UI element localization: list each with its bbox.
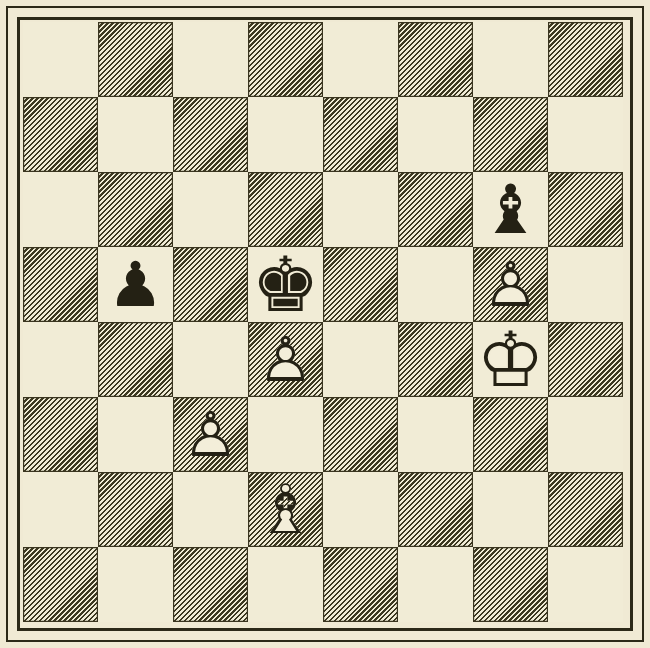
square-c6 [173, 172, 248, 247]
square-f4 [398, 322, 473, 397]
square-h6 [548, 172, 623, 247]
square-c1 [173, 547, 248, 622]
square-e1 [323, 547, 398, 622]
square-c4 [173, 322, 248, 397]
square-b2 [98, 472, 173, 547]
square-c7 [173, 97, 248, 172]
square-d7 [248, 97, 323, 172]
square-e6 [323, 172, 398, 247]
square-b7 [98, 97, 173, 172]
square-f3 [398, 397, 473, 472]
square-h1 [548, 547, 623, 622]
square-g8 [473, 22, 548, 97]
square-e2 [323, 472, 398, 547]
square-b6 [98, 172, 173, 247]
piece-white-bishop-d2: ♗ [248, 472, 323, 547]
square-e3 [323, 397, 398, 472]
square-d6 [248, 172, 323, 247]
square-e7 [323, 97, 398, 172]
square-e5 [323, 247, 398, 322]
square-a7 [23, 97, 98, 172]
square-d1 [248, 547, 323, 622]
square-a6 [23, 172, 98, 247]
square-g4: ♚♔ [473, 322, 548, 397]
square-d2: ♝♗ [248, 472, 323, 547]
square-f8 [398, 22, 473, 97]
piece-black-king-d5: ♚ [248, 247, 323, 322]
square-d4: ♟♙ [248, 322, 323, 397]
square-e4 [323, 322, 398, 397]
piece-white-pawn-c3: ♙ [173, 397, 248, 472]
square-c5 [173, 247, 248, 322]
square-b4 [98, 322, 173, 397]
square-d5: ♚ [248, 247, 323, 322]
square-h3 [548, 397, 623, 472]
square-f7 [398, 97, 473, 172]
piece-white-king-g4: ♔ [473, 322, 548, 397]
square-g7 [473, 97, 548, 172]
chess-diagram-page: ♝♟♚♟♙♟♙♚♔♟♙♝♗ [0, 0, 650, 648]
square-g1 [473, 547, 548, 622]
piece-black-bishop-g6: ♝ [473, 172, 548, 247]
square-g6: ♝ [473, 172, 548, 247]
square-a3 [23, 397, 98, 472]
piece-black-pawn-b5: ♟ [98, 247, 173, 322]
square-a2 [23, 472, 98, 547]
piece-white-pawn-g5: ♙ [473, 247, 548, 322]
square-a5 [23, 247, 98, 322]
square-a1 [23, 547, 98, 622]
square-g3 [473, 397, 548, 472]
square-f1 [398, 547, 473, 622]
square-c3: ♟♙ [173, 397, 248, 472]
square-g2 [473, 472, 548, 547]
square-e8 [323, 22, 398, 97]
square-f6 [398, 172, 473, 247]
square-d3 [248, 397, 323, 472]
square-h4 [548, 322, 623, 397]
square-h8 [548, 22, 623, 97]
square-a4 [23, 322, 98, 397]
piece-white-pawn-d4: ♙ [248, 322, 323, 397]
square-b5: ♟ [98, 247, 173, 322]
board: ♝♟♚♟♙♟♙♚♔♟♙♝♗ [23, 22, 623, 622]
square-c2 [173, 472, 248, 547]
square-b3 [98, 397, 173, 472]
square-b1 [98, 547, 173, 622]
square-g5: ♟♙ [473, 247, 548, 322]
square-f5 [398, 247, 473, 322]
square-h5 [548, 247, 623, 322]
square-a8 [23, 22, 98, 97]
square-f2 [398, 472, 473, 547]
square-d8 [248, 22, 323, 97]
square-b8 [98, 22, 173, 97]
square-h7 [548, 97, 623, 172]
square-h2 [548, 472, 623, 547]
square-c8 [173, 22, 248, 97]
